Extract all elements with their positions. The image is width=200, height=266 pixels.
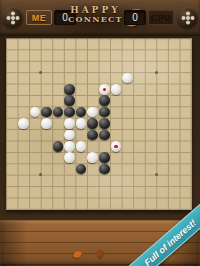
- board-cell[interactable]: [168, 61, 180, 72]
- board-cell[interactable]: [133, 186, 145, 197]
- board-cell[interactable]: [18, 95, 30, 106]
- board-cell[interactable]: [41, 84, 53, 95]
- board-cell[interactable]: [29, 106, 41, 117]
- board-cell[interactable]: [6, 106, 18, 117]
- board-cell[interactable]: [168, 163, 180, 174]
- board-cell[interactable]: [52, 61, 64, 72]
- board-cell[interactable]: [145, 186, 157, 197]
- board-cell[interactable]: [156, 49, 168, 60]
- board-cell[interactable]: [64, 141, 76, 152]
- board-cell[interactable]: [18, 186, 30, 197]
- board-cell[interactable]: [41, 72, 53, 83]
- board-cell[interactable]: [87, 152, 99, 163]
- board-cell[interactable]: [75, 61, 87, 72]
- board-cell[interactable]: [99, 198, 111, 209]
- white-stone: [64, 130, 75, 141]
- board-cell[interactable]: [75, 141, 87, 152]
- board-cell[interactable]: [41, 129, 53, 140]
- black-stone: [53, 107, 64, 118]
- black-stone: [87, 118, 98, 129]
- board-cell[interactable]: [179, 163, 191, 174]
- board-cell[interactable]: [110, 72, 122, 83]
- board-cell[interactable]: [29, 198, 41, 209]
- board-cell[interactable]: [168, 95, 180, 106]
- board-cell[interactable]: [75, 118, 87, 129]
- board-cell[interactable]: [156, 152, 168, 163]
- board-cell[interactable]: [133, 141, 145, 152]
- board-cell[interactable]: [29, 118, 41, 129]
- board-cell[interactable]: [110, 118, 122, 129]
- white-stone: [64, 118, 75, 129]
- board-cell[interactable]: [64, 118, 76, 129]
- board-cell[interactable]: [156, 175, 168, 186]
- white-stone: [41, 118, 52, 129]
- board-frame: [0, 36, 200, 220]
- corner-rosette-icon: [2, 7, 23, 28]
- board-cell[interactable]: [41, 198, 53, 209]
- board-cell[interactable]: [156, 84, 168, 95]
- board-cell[interactable]: [145, 175, 157, 186]
- board-cell[interactable]: [6, 198, 18, 209]
- board-cell[interactable]: [75, 198, 87, 209]
- board-cell[interactable]: [145, 118, 157, 129]
- board-cell[interactable]: [133, 163, 145, 174]
- board-cell[interactable]: [41, 118, 53, 129]
- board-cell[interactable]: [122, 186, 134, 197]
- black-stone: [99, 130, 110, 141]
- board-cell[interactable]: [64, 84, 76, 95]
- board-cell[interactable]: [41, 61, 53, 72]
- board-cell[interactable]: [122, 84, 134, 95]
- board-cell[interactable]: [87, 49, 99, 60]
- board-cell[interactable]: [110, 129, 122, 140]
- board-cell[interactable]: [87, 186, 99, 197]
- board-cell[interactable]: [133, 49, 145, 60]
- black-stone: [76, 164, 87, 175]
- board-cell[interactable]: [6, 61, 18, 72]
- board-cell[interactable]: [122, 61, 134, 72]
- board-cell[interactable]: [87, 72, 99, 83]
- board-cell[interactable]: [145, 38, 157, 49]
- black-stone: [99, 118, 110, 129]
- board-cell[interactable]: [145, 129, 157, 140]
- board-cell[interactable]: [41, 49, 53, 60]
- board-cell[interactable]: [29, 186, 41, 197]
- board-cell[interactable]: [18, 38, 30, 49]
- board-cell[interactable]: [64, 175, 76, 186]
- white-stone: [87, 152, 98, 163]
- board-cell[interactable]: [179, 106, 191, 117]
- board-cell[interactable]: [52, 38, 64, 49]
- white-stone: [76, 118, 87, 129]
- board-cell[interactable]: [110, 38, 122, 49]
- board-cell[interactable]: [29, 49, 41, 60]
- board-cell[interactable]: [29, 129, 41, 140]
- white-stone: [111, 84, 122, 95]
- logo-line2: CONNECT: [66, 15, 124, 24]
- board-cell[interactable]: [122, 72, 134, 83]
- board-cell[interactable]: [75, 106, 87, 117]
- board-cell[interactable]: [75, 175, 87, 186]
- board-cell[interactable]: [145, 84, 157, 95]
- board-cell[interactable]: [168, 175, 180, 186]
- board-cell[interactable]: [168, 38, 180, 49]
- board-cell[interactable]: [87, 141, 99, 152]
- board-cell[interactable]: [110, 186, 122, 197]
- board-cell[interactable]: [29, 95, 41, 106]
- board-cell[interactable]: [122, 163, 134, 174]
- board-cell[interactable]: [179, 61, 191, 72]
- player-me-button[interactable]: ME: [26, 10, 52, 25]
- board-cell[interactable]: [52, 163, 64, 174]
- board-cell[interactable]: [110, 141, 122, 152]
- board-cell[interactable]: [110, 152, 122, 163]
- top-bar: ME 0 HAPPY CONNECT 6 0 CPU: [0, 0, 200, 36]
- white-stone: [18, 118, 29, 129]
- black-stone: [99, 95, 110, 106]
- board-cell[interactable]: [122, 49, 134, 60]
- white-stone: [122, 73, 133, 84]
- board-cell[interactable]: [52, 49, 64, 60]
- white-stone-last-move: [111, 141, 122, 152]
- black-stone: [64, 107, 75, 118]
- black-stone: [53, 141, 64, 152]
- board-cell[interactable]: [6, 84, 18, 95]
- board-cell[interactable]: [18, 84, 30, 95]
- board-cell[interactable]: [41, 175, 53, 186]
- board-cell[interactable]: [52, 141, 64, 152]
- board-cell[interactable]: [179, 152, 191, 163]
- board-cell[interactable]: [18, 163, 30, 174]
- board-cell[interactable]: [179, 118, 191, 129]
- board-cell[interactable]: [99, 95, 111, 106]
- black-stone: [87, 130, 98, 141]
- board-cell[interactable]: [18, 49, 30, 60]
- board-cell[interactable]: [156, 106, 168, 117]
- board-cell[interactable]: [41, 163, 53, 174]
- board-cell[interactable]: [110, 49, 122, 60]
- board-cell[interactable]: [6, 186, 18, 197]
- board-cell[interactable]: [6, 163, 18, 174]
- board-cell[interactable]: [18, 106, 30, 117]
- board-cell[interactable]: [6, 118, 18, 129]
- board-cell[interactable]: [87, 118, 99, 129]
- board-cell[interactable]: [18, 72, 30, 83]
- board-cell[interactable]: [41, 38, 53, 49]
- board-cell[interactable]: [133, 38, 145, 49]
- black-stone: [41, 107, 52, 118]
- board-cell[interactable]: [179, 186, 191, 197]
- board-cell[interactable]: [156, 95, 168, 106]
- board-cell[interactable]: [41, 106, 53, 117]
- leaf-icon: [73, 250, 82, 259]
- board-cell[interactable]: [122, 175, 134, 186]
- board-cell[interactable]: [168, 106, 180, 117]
- board-cell[interactable]: [87, 175, 99, 186]
- board-cell[interactable]: [99, 84, 111, 95]
- board-cell[interactable]: [64, 163, 76, 174]
- board-cell[interactable]: [87, 38, 99, 49]
- board-cell[interactable]: [75, 152, 87, 163]
- board-cell[interactable]: [18, 61, 30, 72]
- board-cell[interactable]: [99, 72, 111, 83]
- board-cell[interactable]: [145, 152, 157, 163]
- board-cell[interactable]: [41, 186, 53, 197]
- board-cell[interactable]: [156, 163, 168, 174]
- black-stone: [99, 152, 110, 163]
- board-cell[interactable]: [179, 49, 191, 60]
- board-cell[interactable]: [156, 118, 168, 129]
- board-cell[interactable]: [99, 129, 111, 140]
- board-cell[interactable]: [87, 163, 99, 174]
- board-cell[interactable]: [64, 106, 76, 117]
- board-cell[interactable]: [64, 61, 76, 72]
- board-cell[interactable]: [122, 129, 134, 140]
- leaf-icon: [95, 249, 105, 259]
- board-cell[interactable]: [168, 49, 180, 60]
- board-cell[interactable]: [179, 95, 191, 106]
- board-cell[interactable]: [99, 61, 111, 72]
- board-cell[interactable]: [52, 118, 64, 129]
- board-cell[interactable]: [110, 175, 122, 186]
- white-stone: [30, 107, 41, 118]
- board-cell[interactable]: [179, 198, 191, 209]
- board-cell[interactable]: [87, 106, 99, 117]
- board-cell[interactable]: [168, 118, 180, 129]
- board-cell[interactable]: [133, 72, 145, 83]
- board-cell[interactable]: [156, 141, 168, 152]
- board-cell[interactable]: [6, 141, 18, 152]
- board-cell[interactable]: [179, 175, 191, 186]
- board-cell[interactable]: [29, 38, 41, 49]
- board-cell[interactable]: [122, 118, 134, 129]
- board-cell[interactable]: [52, 84, 64, 95]
- white-stone: [64, 152, 75, 163]
- board-cell[interactable]: [156, 198, 168, 209]
- board-cell[interactable]: [75, 49, 87, 60]
- board-cell[interactable]: [75, 38, 87, 49]
- board-cell[interactable]: [168, 72, 180, 83]
- board-cell[interactable]: [52, 72, 64, 83]
- board-cell[interactable]: [122, 152, 134, 163]
- board-cell[interactable]: [52, 106, 64, 117]
- board-cell[interactable]: [18, 198, 30, 209]
- board-cell[interactable]: [87, 95, 99, 106]
- board-cell[interactable]: [145, 141, 157, 152]
- board-cell[interactable]: [41, 152, 53, 163]
- board-cell[interactable]: [133, 95, 145, 106]
- board-cell[interactable]: [156, 129, 168, 140]
- board-cell[interactable]: [133, 84, 145, 95]
- board-cell[interactable]: [41, 95, 53, 106]
- board-cell[interactable]: [179, 84, 191, 95]
- board-cell[interactable]: [29, 84, 41, 95]
- board-cell[interactable]: [168, 198, 180, 209]
- board-cell[interactable]: [87, 198, 99, 209]
- board-cell[interactable]: [145, 95, 157, 106]
- black-stone: [99, 107, 110, 118]
- board-cell[interactable]: [133, 61, 145, 72]
- black-stone: [76, 107, 87, 118]
- board-cell[interactable]: [64, 129, 76, 140]
- board-cell[interactable]: [110, 198, 122, 209]
- board-cell[interactable]: [168, 129, 180, 140]
- player-cpu-button[interactable]: CPU: [148, 10, 174, 25]
- board-cell[interactable]: [6, 129, 18, 140]
- board-cell[interactable]: [99, 141, 111, 152]
- board-cell[interactable]: [133, 175, 145, 186]
- board-cell[interactable]: [6, 38, 18, 49]
- white-stone: [64, 141, 75, 152]
- board-cell[interactable]: [179, 129, 191, 140]
- clover-icon: [186, 16, 190, 20]
- black-stone: [64, 95, 75, 106]
- board-cell[interactable]: [29, 175, 41, 186]
- board-cell[interactable]: [6, 49, 18, 60]
- board-cell[interactable]: [64, 95, 76, 106]
- board-cell[interactable]: [122, 106, 134, 117]
- board-cell[interactable]: [18, 129, 30, 140]
- go-board: [6, 38, 192, 210]
- board-cell[interactable]: [64, 38, 76, 49]
- board-cell[interactable]: [87, 84, 99, 95]
- board-cell[interactable]: [87, 129, 99, 140]
- game-logo: HAPPY CONNECT 6: [66, 5, 124, 24]
- board-cell[interactable]: [156, 61, 168, 72]
- board-cell[interactable]: [99, 49, 111, 60]
- board-cell[interactable]: [99, 38, 111, 49]
- board-cell[interactable]: [52, 175, 64, 186]
- board-cell[interactable]: [75, 72, 87, 83]
- board-cell[interactable]: [99, 163, 111, 174]
- board-cell[interactable]: [145, 198, 157, 209]
- board-cell[interactable]: [145, 72, 157, 83]
- board-cell[interactable]: [156, 72, 168, 83]
- black-stone: [99, 164, 110, 175]
- board-cell[interactable]: [133, 152, 145, 163]
- black-stone: [64, 84, 75, 95]
- board-cell[interactable]: [168, 186, 180, 197]
- board-cell[interactable]: [122, 141, 134, 152]
- board-cell[interactable]: [156, 186, 168, 197]
- board-cell[interactable]: [6, 175, 18, 186]
- board-cell[interactable]: [6, 95, 18, 106]
- board-cell[interactable]: [75, 163, 87, 174]
- board-cell[interactable]: [29, 152, 41, 163]
- white-stone-last-move: [99, 84, 110, 95]
- board-cell[interactable]: [122, 38, 134, 49]
- cpu-score: 0: [124, 10, 146, 25]
- board-cell[interactable]: [64, 186, 76, 197]
- board-cell[interactable]: [99, 186, 111, 197]
- board-cell[interactable]: [75, 95, 87, 106]
- clover-icon: [11, 16, 15, 20]
- board-cell[interactable]: [99, 152, 111, 163]
- board-cell[interactable]: [41, 141, 53, 152]
- white-stone: [87, 107, 98, 118]
- board-cell[interactable]: [110, 106, 122, 117]
- board-cell[interactable]: [122, 95, 134, 106]
- board-cell[interactable]: [110, 163, 122, 174]
- board-cell[interactable]: [99, 118, 111, 129]
- board-cell[interactable]: [133, 198, 145, 209]
- star-point: [155, 71, 158, 74]
- board-cell[interactable]: [168, 141, 180, 152]
- board-cell[interactable]: [110, 95, 122, 106]
- board-cell[interactable]: [133, 118, 145, 129]
- board-cell[interactable]: [75, 129, 87, 140]
- board-cell[interactable]: [29, 72, 41, 83]
- board-cell[interactable]: [64, 152, 76, 163]
- board-cell[interactable]: [179, 72, 191, 83]
- board-cell[interactable]: [133, 129, 145, 140]
- board-cell[interactable]: [145, 106, 157, 117]
- board-cell[interactable]: [6, 152, 18, 163]
- board-cell[interactable]: [18, 141, 30, 152]
- board-cell[interactable]: [168, 84, 180, 95]
- board-cell[interactable]: [52, 186, 64, 197]
- star-point: [39, 71, 42, 74]
- board-cell[interactable]: [52, 129, 64, 140]
- board-cell[interactable]: [168, 152, 180, 163]
- corner-rosette-icon: [177, 7, 198, 28]
- board-cell[interactable]: [75, 186, 87, 197]
- board-cell[interactable]: [87, 61, 99, 72]
- board-cell[interactable]: [6, 72, 18, 83]
- board-cell[interactable]: [64, 72, 76, 83]
- board-cell[interactable]: [75, 84, 87, 95]
- board-cell[interactable]: [133, 106, 145, 117]
- white-stone: [76, 141, 87, 152]
- board-cell[interactable]: [64, 198, 76, 209]
- board-cell[interactable]: [122, 198, 134, 209]
- board-cell[interactable]: [18, 118, 30, 129]
- board-cell[interactable]: [18, 152, 30, 163]
- board-cell[interactable]: [52, 95, 64, 106]
- board-cell[interactable]: [110, 61, 122, 72]
- board-grid: [6, 38, 191, 209]
- board-cell[interactable]: [18, 175, 30, 186]
- board-cell[interactable]: [52, 198, 64, 209]
- board-cell[interactable]: [179, 141, 191, 152]
- board-cell[interactable]: [110, 84, 122, 95]
- board-cell[interactable]: [99, 175, 111, 186]
- board-cell[interactable]: [52, 152, 64, 163]
- board-cell[interactable]: [64, 49, 76, 60]
- board-cell[interactable]: [145, 49, 157, 60]
- board-cell[interactable]: [179, 38, 191, 49]
- board-cell[interactable]: [156, 38, 168, 49]
- board-cell[interactable]: [99, 106, 111, 117]
- board-cell[interactable]: [29, 141, 41, 152]
